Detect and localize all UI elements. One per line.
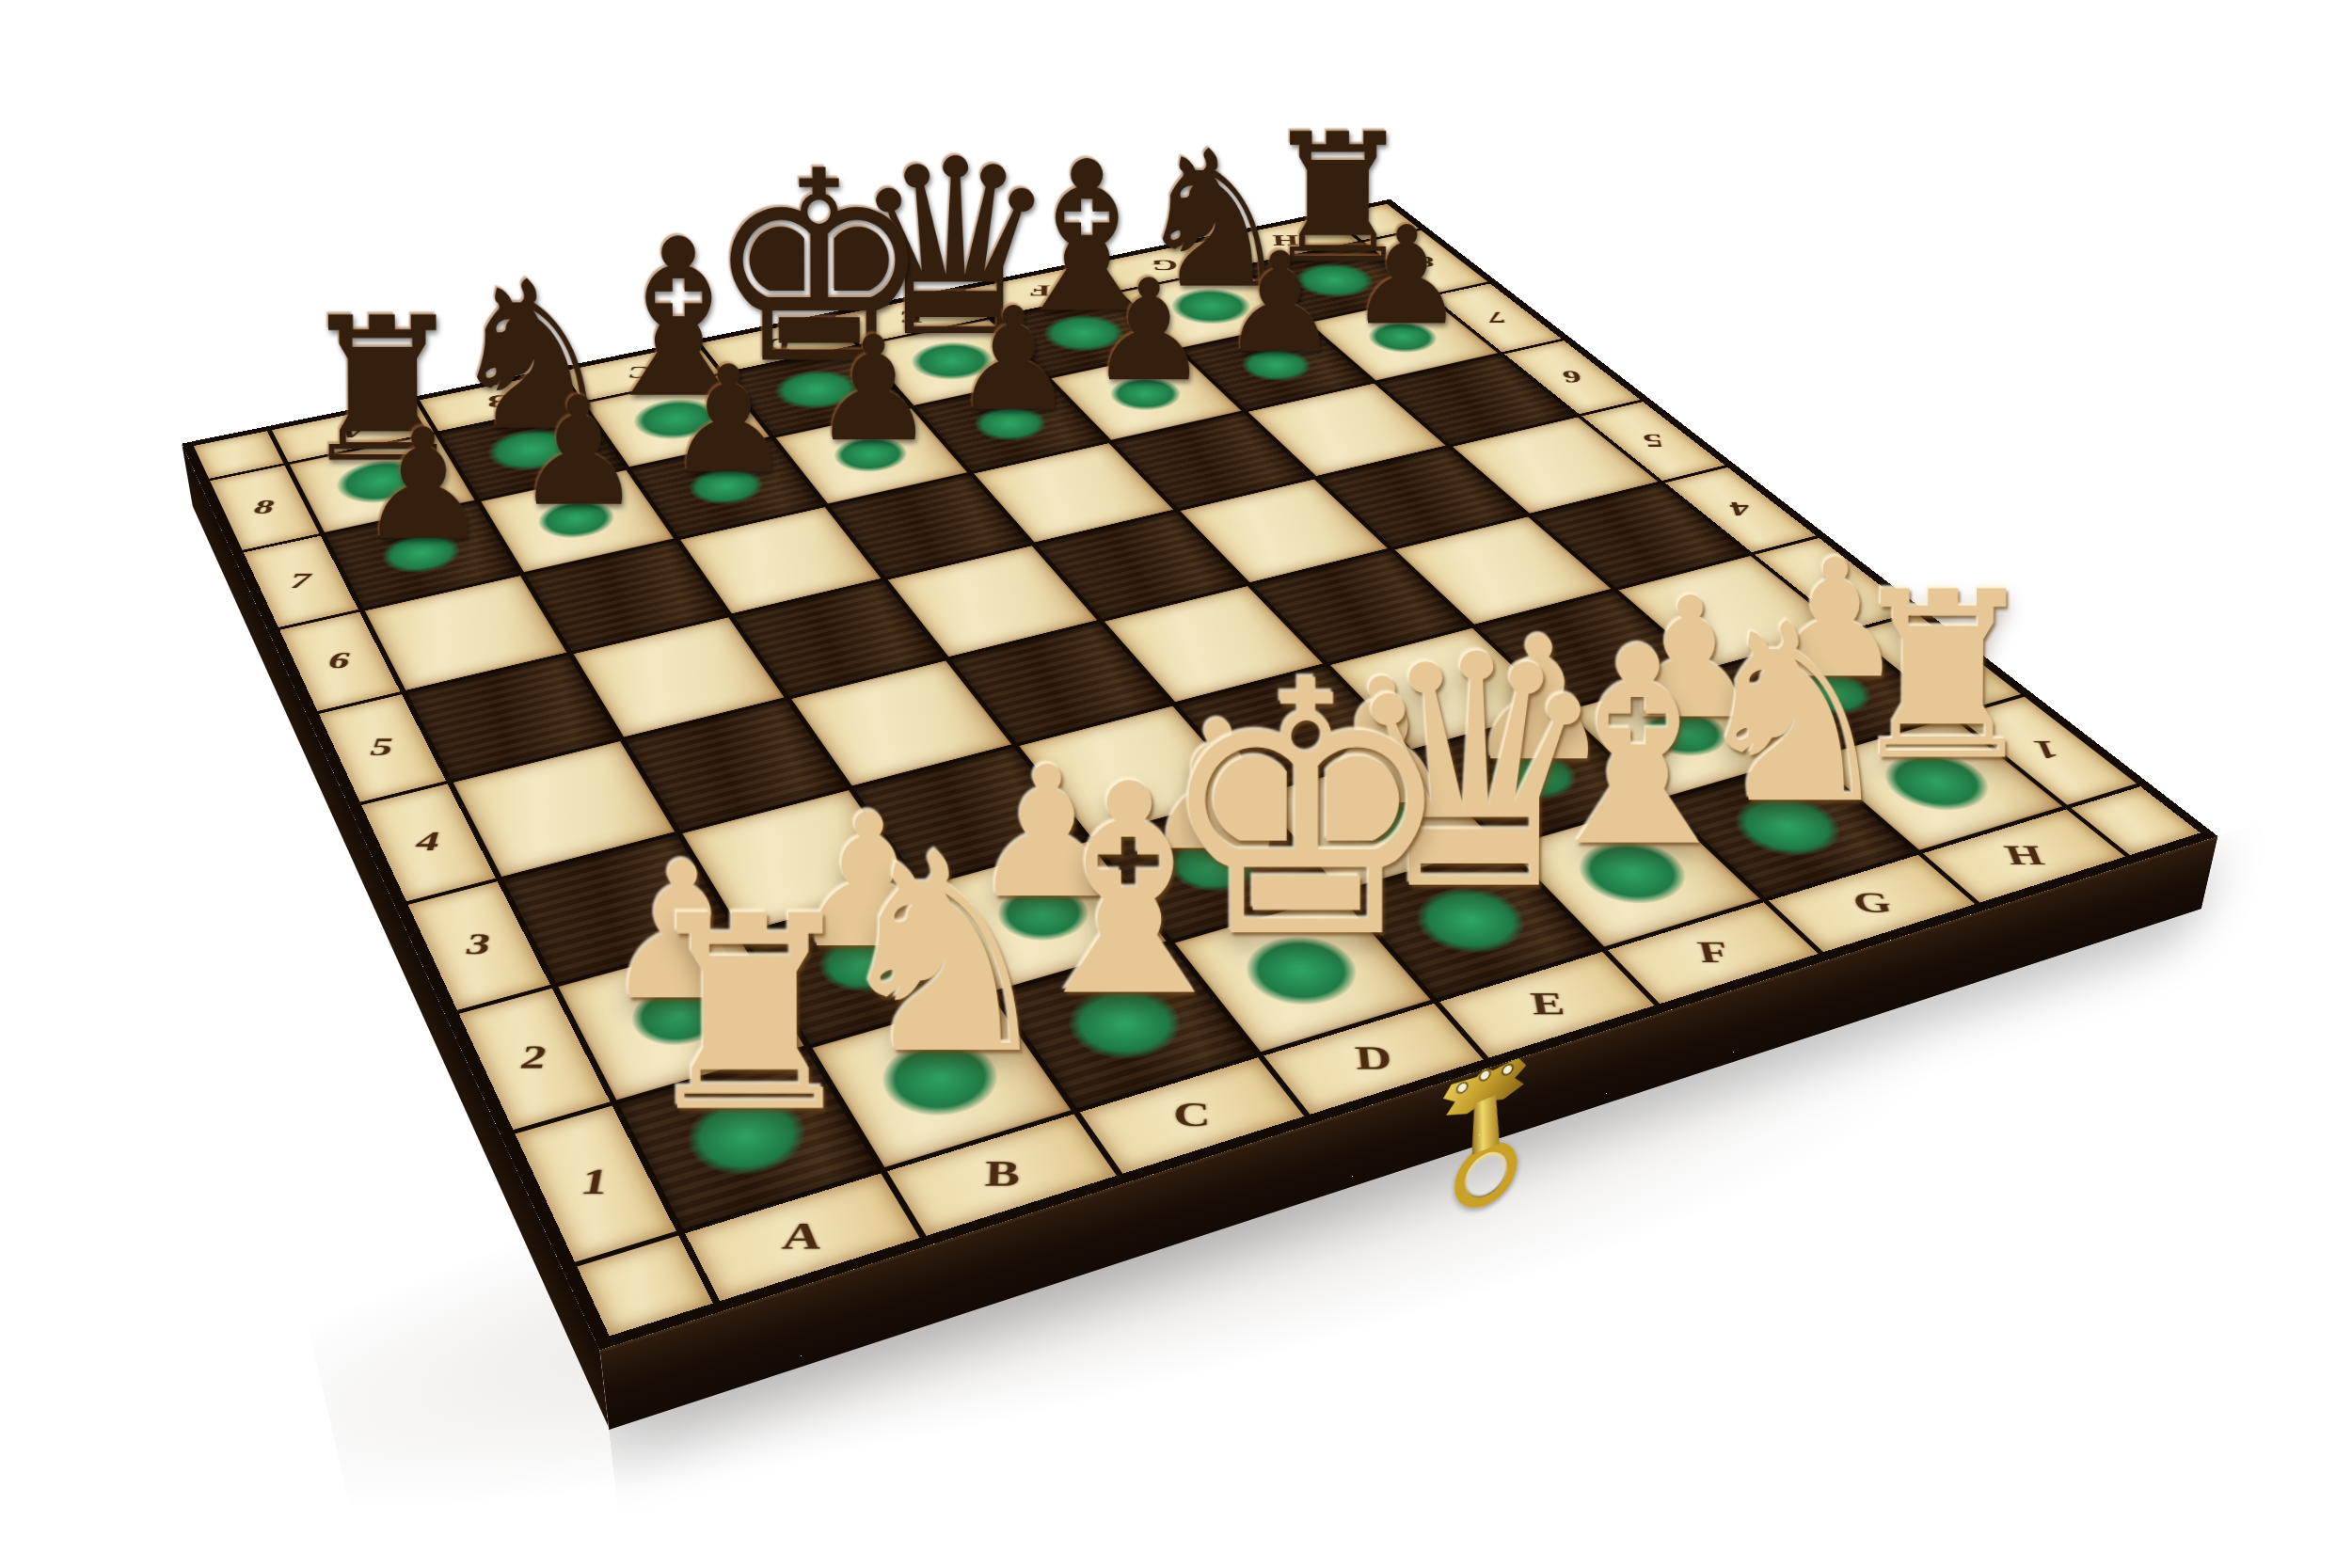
coord-near-b: B: [983, 1153, 1020, 1194]
coord-near-a: A: [780, 1214, 823, 1258]
coord-right-6: 6: [1560, 367, 1583, 387]
coord-right-5: 5: [1640, 430, 1665, 451]
coord-near-f: F: [1694, 935, 1733, 969]
rook-icon: ♜: [633, 888, 866, 1143]
coord-near-h: H: [2000, 839, 2049, 870]
coord-right-4: 4: [1726, 498, 1754, 520]
coord-left-8: 8: [249, 496, 278, 518]
coord-left-7: 7: [285, 568, 315, 593]
coord-near-e: E: [1528, 986, 1567, 1022]
pawn-icon: ♟: [514, 381, 644, 524]
product-photo-stage: ABCDEFGH8♜♞♝♚♛♝♞♜87♟♟♟♟♟♟♟♟7665544332♟♟♟…: [0, 0, 2352, 1568]
pawn-icon: ♟: [1220, 238, 1340, 370]
coord-near-d: D: [1354, 1039, 1394, 1077]
coord-near-g: G: [1848, 886, 1896, 919]
pawn-icon: ♟: [1348, 212, 1466, 341]
pawn-icon: ♟: [1089, 264, 1210, 398]
coord-left-2: 2: [516, 1038, 550, 1076]
pawn-icon: ♟: [665, 350, 793, 490]
border-rank-tile: 7: [244, 536, 358, 627]
pawn-icon: ♟: [952, 292, 1075, 427]
coord-right-7: 7: [1486, 309, 1507, 326]
coord-near-c: C: [1173, 1095, 1212, 1133]
coord-left-6: 6: [324, 647, 355, 673]
coord-left-1: 1: [577, 1161, 612, 1202]
pawn-icon: ♟: [357, 413, 489, 558]
coord-left-3: 3: [461, 927, 494, 961]
coord-left-4: 4: [411, 826, 443, 857]
coord-left-5: 5: [366, 733, 397, 761]
pawn-icon: ♟: [811, 321, 936, 459]
